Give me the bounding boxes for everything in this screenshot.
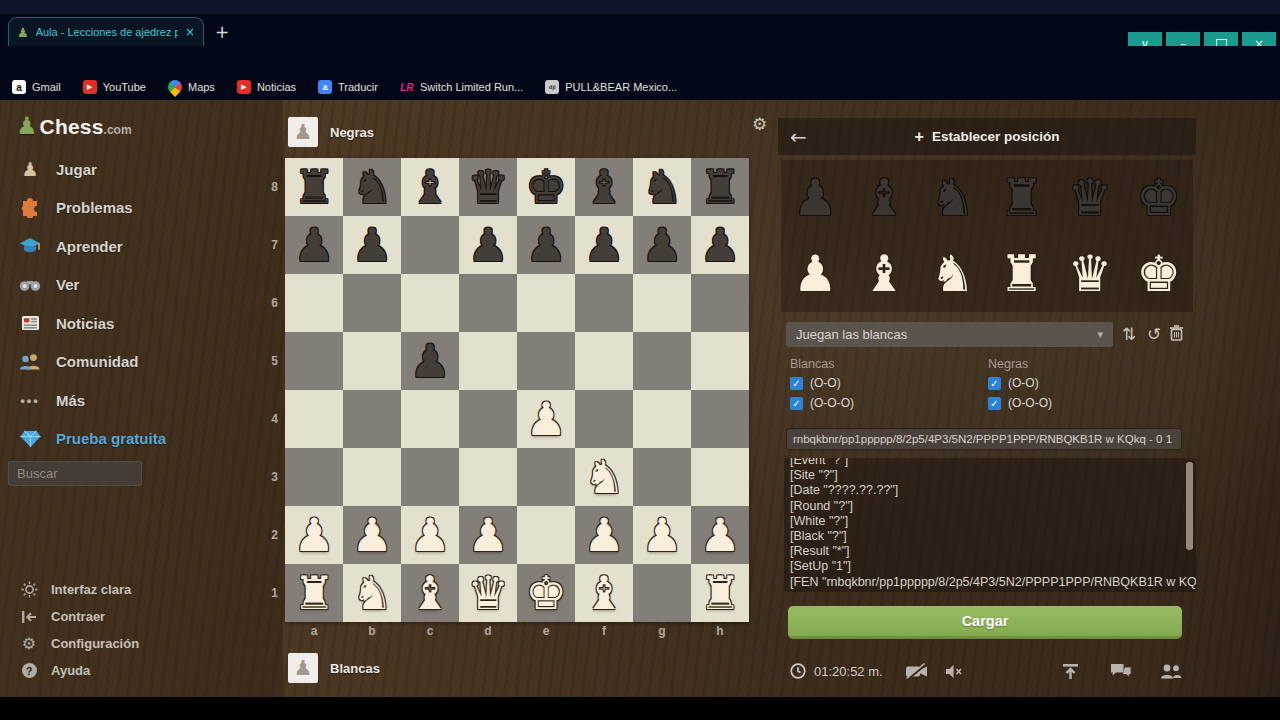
bottom-player-avatar: ♟ (288, 653, 318, 683)
rank-label-8: 8 (258, 158, 278, 216)
rank-label-5: 5 (258, 332, 278, 390)
black-pawn-a7[interactable]: ♟ (285, 216, 343, 274)
traducir-icon: a (318, 80, 332, 94)
square-h3[interactable] (691, 448, 749, 506)
palette-white-knight[interactable]: ♞ (930, 242, 975, 306)
castling-black-label: Negras (988, 357, 1028, 371)
square-g1[interactable] (633, 564, 691, 622)
square-h8[interactable]: ♜ (691, 158, 749, 216)
square-e5[interactable] (517, 332, 575, 390)
gmail-icon: a (12, 80, 26, 94)
sidebar-item-aprender[interactable]: Aprender (0, 227, 283, 266)
white-king-e1[interactable]: ♚ (517, 564, 575, 622)
square-g8[interactable]: ♞ (633, 158, 691, 216)
square-a1[interactable]: ♜ (285, 564, 343, 622)
mute-icon[interactable] (945, 664, 962, 679)
black-knight-b8[interactable]: ♞ (343, 158, 401, 216)
square-b6[interactable] (343, 274, 401, 332)
square-b3[interactable] (343, 448, 401, 506)
square-f1[interactable]: ♝ (575, 564, 633, 622)
square-f8[interactable]: ♝ (575, 158, 633, 216)
square-f2[interactable]: ♟ (575, 506, 633, 564)
new-tab-button[interactable]: + (215, 22, 229, 42)
square-b7[interactable]: ♟ (343, 216, 401, 274)
square-d3[interactable] (459, 448, 517, 506)
palette-white-pawn[interactable]: ♟ (793, 242, 838, 306)
palette-black-knight[interactable]: ♞ (930, 166, 975, 230)
square-d4[interactable] (459, 390, 517, 448)
file-label-e: e (517, 624, 575, 640)
clock-icon (790, 663, 806, 679)
square-b2[interactable]: ♟ (343, 506, 401, 564)
square-c7[interactable] (401, 216, 459, 274)
file-label-a: a (285, 624, 343, 640)
bookmark-noticias[interactable]: ▶Noticias (237, 80, 296, 94)
bookmark-traducir[interactable]: aTraducir (318, 80, 378, 94)
chat-icon[interactable] (1110, 663, 1132, 680)
square-g6[interactable] (633, 274, 691, 332)
palette-black-pawn[interactable]: ♟ (793, 166, 838, 230)
square-b5[interactable] (343, 332, 401, 390)
aprender-icon (18, 237, 42, 255)
square-e6[interactable] (517, 274, 575, 332)
sidebar-item-problemas[interactable]: Problemas (0, 189, 283, 228)
file-label-g: g (633, 624, 691, 640)
white-pawn-c2[interactable]: ♟ (401, 506, 459, 564)
sidebar-item-mas[interactable]: •••Más (0, 381, 283, 420)
square-d7[interactable]: ♟ (459, 216, 517, 274)
rank-label-3: 3 (258, 448, 278, 506)
sidebar-footer-configuracion[interactable]: ⚙Configuración (0, 630, 283, 657)
palette-white-bishop[interactable]: ♝ (862, 242, 907, 306)
rank-label-4: 4 (258, 390, 278, 448)
bookmark-youtube[interactable]: ▶YouTube (83, 80, 146, 94)
square-c1[interactable]: ♝ (401, 564, 459, 622)
square-b8[interactable]: ♞ (343, 158, 401, 216)
square-c8[interactable]: ♝ (401, 158, 459, 216)
white-queen-d1[interactable]: ♛ (459, 564, 517, 622)
white-bishop-c1[interactable]: ♝ (401, 564, 459, 622)
sidebar-item-comunidad[interactable]: Comunidad (0, 343, 283, 382)
sidebar-item-prueba[interactable]: Prueba gratuita (0, 420, 283, 459)
plus-icon: + (915, 128, 924, 146)
sidebar-item-noticias[interactable]: Noticias (0, 304, 283, 343)
square-c6[interactable] (401, 274, 459, 332)
youtube-icon: ▶ (83, 80, 97, 94)
square-g2[interactable]: ♟ (633, 506, 691, 564)
tab-title: Aula - Lecciones de ajedrez para (36, 26, 178, 38)
square-h2[interactable]: ♟ (691, 506, 749, 564)
file-label-f: f (575, 624, 633, 640)
reset-icon[interactable]: ↺ (1147, 324, 1161, 344)
ayuda-icon: ? (20, 663, 38, 678)
sidebar-menu: ♟JugarProblemasAprenderVerNoticiasComuni… (0, 150, 283, 458)
square-a7[interactable]: ♟ (285, 216, 343, 274)
white-bishop-f1[interactable]: ♝ (575, 564, 633, 622)
contraer-icon (20, 610, 38, 624)
bookmark-lr[interactable]: LRSwitch Limited Run... (400, 80, 523, 94)
palette-white-queen[interactable]: ♛ (1068, 242, 1113, 306)
square-e8[interactable]: ♚ (517, 158, 575, 216)
top-player-avatar: ♟ (288, 117, 318, 147)
white-rook-a1[interactable]: ♜ (285, 564, 343, 622)
white-rook-h1[interactable]: ♜ (691, 564, 749, 622)
setup-panel-header: ← + Establecer posición (778, 118, 1196, 155)
browser-tab-bar: ♟ Aula - Lecciones de ajedrez para × + ∨… (0, 14, 1280, 46)
black-knight-g8[interactable]: ♞ (633, 158, 691, 216)
file-label-d: d (459, 624, 517, 640)
session-timer: 01:20:52 m. (814, 664, 883, 679)
castling-white-kingside[interactable]: ✓(O-O) (790, 376, 841, 390)
black-pawn-g7[interactable]: ♟ (633, 216, 691, 274)
raise-board-icon[interactable] (1061, 663, 1080, 680)
white-pawn-a2[interactable]: ♟ (285, 506, 343, 564)
configuracion-icon: ⚙ (20, 634, 38, 653)
interfaz-icon (20, 581, 38, 598)
square-c2[interactable]: ♟ (401, 506, 459, 564)
problemas-icon (18, 198, 42, 218)
white-pawn-h2[interactable]: ♟ (691, 506, 749, 564)
turn-select[interactable]: Juegan las blancas ▾ (786, 322, 1113, 347)
square-g4[interactable] (633, 390, 691, 448)
pb-icon: dji (545, 80, 559, 94)
ver-icon (18, 277, 42, 292)
white-pawn-d2[interactable]: ♟ (459, 506, 517, 564)
sidebar-footer-interfaz[interactable]: Interfaz clara (0, 576, 283, 603)
white-pawn-f2[interactable]: ♟ (575, 506, 633, 564)
square-e4[interactable]: ♟ (517, 390, 575, 448)
bottom-player-name: Blancas (330, 661, 380, 676)
white-pawn-b2[interactable]: ♟ (343, 506, 401, 564)
participants-icon[interactable] (1160, 664, 1182, 679)
chevron-down-icon: ▾ (1097, 328, 1103, 341)
trash-icon[interactable] (1169, 324, 1184, 346)
square-f3[interactable]: ♞ (575, 448, 633, 506)
window-top-strip (0, 0, 1280, 14)
chess-board[interactable]: ♜♞♝♛♚♝♞♜♟♟♟♟♟♟♟♟♟♞♟♟♟♟♟♟♟♜♞♝♛♚♝♜ (285, 158, 749, 622)
square-h5[interactable] (691, 332, 749, 390)
square-f5[interactable] (575, 332, 633, 390)
square-g3[interactable] (633, 448, 691, 506)
sidebar-footer: Interfaz claraContraer⚙Configuración?Ayu… (0, 576, 283, 684)
prueba-icon (18, 430, 42, 448)
black-pawn-c5[interactable]: ♟ (401, 332, 459, 390)
black-pawn-h7[interactable]: ♟ (691, 216, 749, 274)
square-d6[interactable] (459, 274, 517, 332)
camera-off-icon[interactable] (905, 663, 929, 680)
checkbox-icon[interactable]: ✓ (988, 377, 1001, 390)
bookmark-pb[interactable]: djiPULL&BEAR Mexico... (545, 80, 677, 94)
square-b1[interactable]: ♞ (343, 564, 401, 622)
white-pawn-g2[interactable]: ♟ (633, 506, 691, 564)
sidebar-item-ver[interactable]: Ver (0, 266, 283, 305)
square-a8[interactable]: ♜ (285, 158, 343, 216)
square-a3[interactable] (285, 448, 343, 506)
palette-black-king[interactable]: ♚ (1136, 166, 1181, 230)
square-h6[interactable] (691, 274, 749, 332)
black-queen-d8[interactable]: ♛ (459, 158, 517, 216)
sidebar-footer-ayuda[interactable]: ?Ayuda (0, 657, 283, 684)
browser-tab[interactable]: ♟ Aula - Lecciones de ajedrez para × (8, 17, 204, 46)
maps-icon (165, 77, 185, 97)
top-player-name: Negras (330, 125, 374, 140)
classroom-status-bar: 01:20:52 m. (778, 650, 1196, 692)
browser-url-bar: ← → ↻ chess.com/classroom/bent-plankton-… (0, 46, 1280, 74)
white-knight-f3[interactable]: ♞ (575, 448, 633, 506)
piece-palette: ♟♝♞♜♛♚♟♝♞♜♛♚ (781, 160, 1193, 312)
checkbox-icon[interactable]: ✓ (988, 397, 1001, 410)
page-background: ♟ Chess .com ♟JugarProblemasAprenderVerN… (0, 100, 1280, 697)
square-a4[interactable] (285, 390, 343, 448)
square-c3[interactable] (401, 448, 459, 506)
square-f6[interactable] (575, 274, 633, 332)
tab-close-icon[interactable]: × (185, 25, 195, 39)
logo-text: Chess (40, 115, 104, 139)
black-pawn-b7[interactable]: ♟ (343, 216, 401, 274)
white-pawn-e4[interactable]: ♟ (517, 390, 575, 448)
bookmark-gmail[interactable]: aGmail (12, 80, 61, 94)
square-c5[interactable]: ♟ (401, 332, 459, 390)
search-input[interactable] (8, 461, 142, 486)
square-d5[interactable] (459, 332, 517, 390)
board-settings-gear-icon[interactable]: ⚙ (752, 114, 767, 134)
square-e3[interactable] (517, 448, 575, 506)
bookmarks-bar: aGmail▶YouTubeMaps▶NoticiasaTraducirLRSw… (0, 74, 1280, 100)
square-d8[interactable]: ♛ (459, 158, 517, 216)
chesscom-logo[interactable]: ♟ Chess .com (16, 114, 132, 139)
bookmark-maps[interactable]: Maps (168, 80, 215, 94)
square-h4[interactable] (691, 390, 749, 448)
load-button[interactable]: Cargar (788, 606, 1182, 639)
square-h1[interactable]: ♜ (691, 564, 749, 622)
square-f4[interactable] (575, 390, 633, 448)
back-arrow-icon[interactable]: ← (790, 127, 807, 147)
square-a2[interactable]: ♟ (285, 506, 343, 564)
rank-label-2: 2 (258, 506, 278, 564)
square-c4[interactable] (401, 390, 459, 448)
black-rook-h8[interactable]: ♜ (691, 158, 749, 216)
file-label-b: b (343, 624, 401, 640)
square-h7[interactable]: ♟ (691, 216, 749, 274)
comunidad-icon (18, 353, 42, 370)
rank-label-6: 6 (258, 274, 278, 332)
black-rook-a8[interactable]: ♜ (285, 158, 343, 216)
rank-label-7: 7 (258, 216, 278, 274)
black-pawn-f7[interactable]: ♟ (575, 216, 633, 274)
square-f7[interactable]: ♟ (575, 216, 633, 274)
square-d1[interactable]: ♛ (459, 564, 517, 622)
castling-black-kingside[interactable]: ✓(O-O) (988, 376, 1039, 390)
file-label-c: c (401, 624, 459, 640)
black-pawn-e7[interactable]: ♟ (517, 216, 575, 274)
checkbox-icon[interactable]: ✓ (790, 397, 803, 410)
letterbox-bottom (0, 697, 1280, 720)
checkbox-icon[interactable]: ✓ (790, 377, 803, 390)
black-king-e8[interactable]: ♚ (517, 158, 575, 216)
castling-white-queenside[interactable]: ✓(O-O-O) (790, 396, 854, 410)
square-g7[interactable]: ♟ (633, 216, 691, 274)
sidebar-item-jugar[interactable]: ♟Jugar (0, 150, 283, 189)
square-e2[interactable] (517, 506, 575, 564)
pgn-scrollbar[interactable] (1186, 462, 1193, 550)
square-e7[interactable]: ♟ (517, 216, 575, 274)
square-e1[interactable]: ♚ (517, 564, 575, 622)
rank-label-1: 1 (258, 564, 278, 622)
panel-title: Establecer posición (932, 129, 1060, 144)
jugar-icon: ♟ (18, 158, 42, 180)
square-a6[interactable] (285, 274, 343, 332)
castling-white-label: Blancas (790, 357, 834, 371)
fen-input[interactable] (786, 428, 1182, 450)
palette-black-bishop[interactable]: ♝ (862, 166, 907, 230)
flip-board-icon[interactable]: ⇅ (1122, 324, 1136, 344)
palette-black-rook[interactable]: ♜ (999, 166, 1044, 230)
noticias-icon: ▶ (237, 80, 251, 94)
noticias-icon (18, 315, 42, 331)
black-pawn-d7[interactable]: ♟ (459, 216, 517, 274)
white-knight-b1[interactable]: ♞ (343, 564, 401, 622)
square-a5[interactable] (285, 332, 343, 390)
palette-black-queen[interactable]: ♛ (1068, 166, 1113, 230)
sidebar-footer-contraer[interactable]: Contraer (0, 603, 283, 630)
square-d2[interactable]: ♟ (459, 506, 517, 564)
castling-black-queenside[interactable]: ✓(O-O-O) (988, 396, 1052, 410)
mas-icon: ••• (18, 393, 42, 408)
pgn-textarea[interactable]: [Event "?"][Site "?"][Date "????.??.??"]… (784, 458, 1196, 592)
square-b4[interactable] (343, 390, 401, 448)
logo-pawn-icon: ♟ (16, 114, 38, 138)
palette-white-king[interactable]: ♚ (1136, 242, 1181, 306)
black-bishop-f8[interactable]: ♝ (575, 158, 633, 216)
black-bishop-c8[interactable]: ♝ (401, 158, 459, 216)
palette-white-rook[interactable]: ♜ (999, 242, 1044, 306)
chess-pawn-favicon: ♟ (17, 26, 29, 39)
file-label-h: h (691, 624, 749, 640)
square-g5[interactable] (633, 332, 691, 390)
lr-icon: LR (400, 80, 414, 94)
